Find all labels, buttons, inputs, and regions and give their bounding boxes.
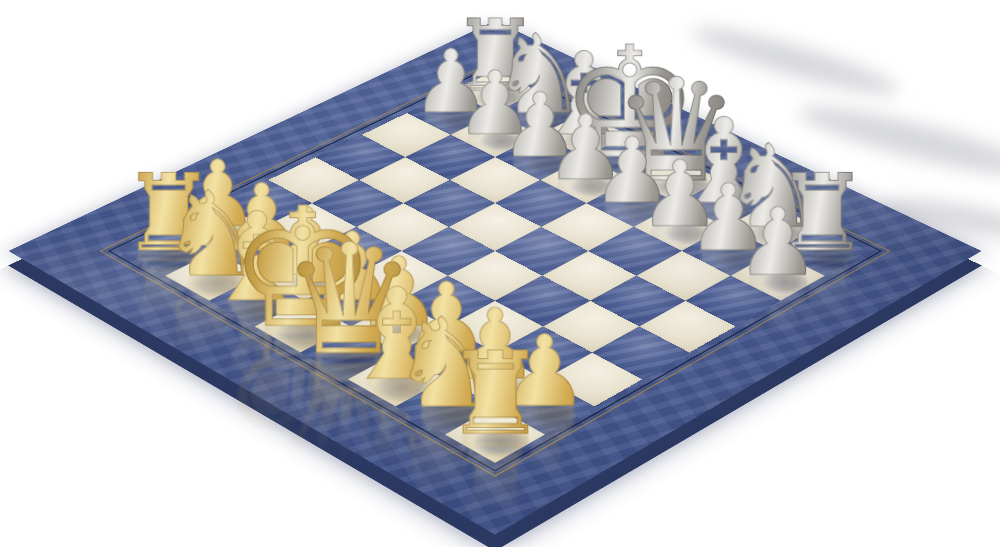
square-h1[interactable]: ♜♜ xyxy=(445,407,545,463)
chessboard: ♜♜♞♞♝♝♚♚♛♛♝♝♞♞♜♜♟♟♟♟♟♟♟♟♟♟♟♟♟♟♟♟♟♟♟♟♟♟♟♟… xyxy=(9,21,982,535)
board-squares: ♜♜♞♞♝♝♚♚♛♛♝♝♞♞♜♜♟♟♟♟♟♟♟♟♟♟♟♟♟♟♟♟♟♟♟♟♟♟♟♟… xyxy=(122,70,869,463)
scene: ♜♜♞♞♝♝♚♚♛♛♝♝♞♞♜♜♟♟♟♟♟♟♟♟♟♟♟♟♟♟♟♟♟♟♟♟♟♟♟♟… xyxy=(0,0,1000,547)
piece-black-pawn[interactable]: ♟ xyxy=(692,197,864,290)
piece-white-rook[interactable]: ♜ xyxy=(404,338,587,452)
